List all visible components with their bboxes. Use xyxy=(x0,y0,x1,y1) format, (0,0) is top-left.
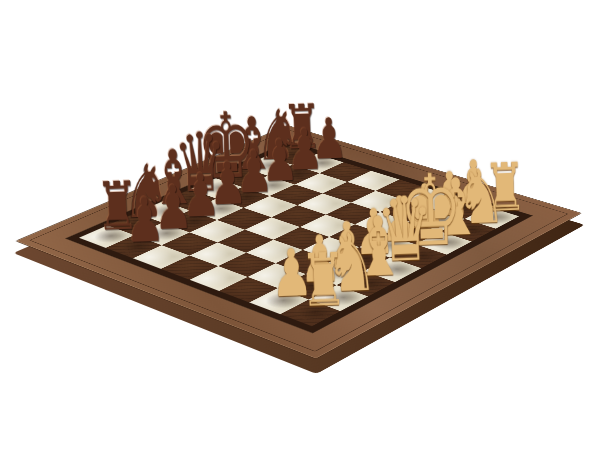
black-pawn-a7-glyph: ♟ xyxy=(100,188,190,252)
white-rook-a1-glyph: ♜ xyxy=(275,243,372,319)
chess-board: ♜♞♝♛♚♝♞♜♟♟♟♟♟♟♟♟♟♟♟♟♟♟♟♟♜♞♝♛♚♝♞♜ xyxy=(16,126,581,359)
board-tilt-wrapper: ♜♞♝♛♚♝♞♜♟♟♟♟♟♟♟♟♟♟♟♟♟♟♟♟♜♞♝♛♚♝♞♜ xyxy=(0,0,600,450)
perspective-container: ♜♞♝♛♚♝♞♜♟♟♟♟♟♟♟♟♟♟♟♟♟♟♟♟♜♞♝♛♚♝♞♜ xyxy=(0,0,600,450)
chess-set-photo: ♜♞♝♛♚♝♞♜♟♟♟♟♟♟♟♟♟♟♟♟♟♟♟♟♜♞♝♛♚♝♞♜ xyxy=(0,0,600,450)
